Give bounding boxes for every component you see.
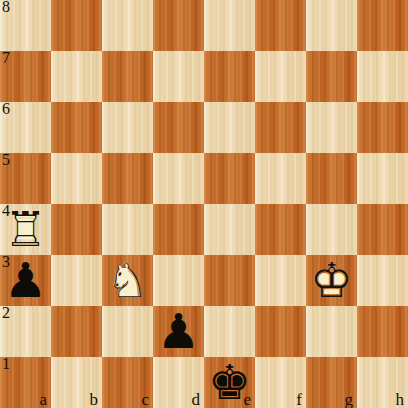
file-label-h: h (396, 391, 405, 408)
square-b5[interactable] (51, 153, 102, 204)
chess-board: 87654♜♖3♟♞♘♚♔2♟1abcde♚fgh (0, 0, 408, 408)
square-c5[interactable] (102, 153, 153, 204)
square-g8[interactable] (306, 0, 357, 51)
square-b1[interactable]: b (51, 357, 102, 408)
square-a1[interactable]: 1a (0, 357, 51, 408)
square-b4[interactable] (51, 204, 102, 255)
file-label-a: a (39, 391, 47, 408)
square-g3[interactable]: ♚♔ (306, 255, 357, 306)
square-b6[interactable] (51, 102, 102, 153)
square-e3[interactable] (204, 255, 255, 306)
square-c8[interactable] (102, 0, 153, 51)
square-f3[interactable] (255, 255, 306, 306)
square-c1[interactable]: c (102, 357, 153, 408)
square-g6[interactable] (306, 102, 357, 153)
rank-label-8: 8 (2, 0, 10, 16)
square-h8[interactable] (357, 0, 408, 51)
square-a5[interactable]: 5 (0, 153, 51, 204)
chess-board-wrap: 87654♜♖3♟♞♘♚♔2♟1abcde♚fgh (0, 0, 408, 408)
square-f8[interactable] (255, 0, 306, 51)
square-d1[interactable]: d (153, 357, 204, 408)
square-a2[interactable]: 2 (0, 306, 51, 357)
file-label-d: d (192, 391, 201, 408)
square-b7[interactable] (51, 51, 102, 102)
square-g2[interactable] (306, 306, 357, 357)
black-king[interactable]: ♚ (204, 357, 255, 408)
square-e8[interactable] (204, 0, 255, 51)
square-e7[interactable] (204, 51, 255, 102)
square-f2[interactable] (255, 306, 306, 357)
square-d3[interactable] (153, 255, 204, 306)
square-e6[interactable] (204, 102, 255, 153)
rank-label-2: 2 (2, 306, 10, 322)
square-d6[interactable] (153, 102, 204, 153)
square-a6[interactable]: 6 (0, 102, 51, 153)
square-d8[interactable] (153, 0, 204, 51)
square-g1[interactable]: g (306, 357, 357, 408)
square-e5[interactable] (204, 153, 255, 204)
square-e2[interactable] (204, 306, 255, 357)
square-g5[interactable] (306, 153, 357, 204)
square-b8[interactable] (51, 0, 102, 51)
rank-label-6: 6 (2, 102, 10, 118)
white-rook-outline: ♖ (0, 204, 51, 255)
square-c4[interactable] (102, 204, 153, 255)
square-a8[interactable]: 8 (0, 0, 51, 51)
white-knight-outline: ♘ (102, 255, 153, 306)
square-f7[interactable] (255, 51, 306, 102)
square-c3[interactable]: ♞♘ (102, 255, 153, 306)
rank-label-5: 5 (2, 153, 10, 169)
black-pawn[interactable]: ♟ (153, 306, 204, 357)
square-c7[interactable] (102, 51, 153, 102)
square-f6[interactable] (255, 102, 306, 153)
square-h5[interactable] (357, 153, 408, 204)
square-f5[interactable] (255, 153, 306, 204)
square-d7[interactable] (153, 51, 204, 102)
white-rook[interactable]: ♜♖ (0, 204, 51, 255)
file-label-c: c (141, 391, 149, 408)
rank-label-1: 1 (2, 357, 10, 373)
file-label-g: g (345, 391, 354, 408)
square-d4[interactable] (153, 204, 204, 255)
square-b2[interactable] (51, 306, 102, 357)
square-d2[interactable]: ♟ (153, 306, 204, 357)
square-c6[interactable] (102, 102, 153, 153)
black-pawn[interactable]: ♟ (0, 255, 51, 306)
square-c2[interactable] (102, 306, 153, 357)
file-label-b: b (90, 391, 99, 408)
square-h7[interactable] (357, 51, 408, 102)
square-e4[interactable] (204, 204, 255, 255)
square-f1[interactable]: f (255, 357, 306, 408)
square-a7[interactable]: 7 (0, 51, 51, 102)
rank-label-7: 7 (2, 51, 10, 67)
white-king[interactable]: ♚♔ (306, 255, 357, 306)
square-d5[interactable] (153, 153, 204, 204)
white-knight[interactable]: ♞♘ (102, 255, 153, 306)
square-h1[interactable]: h (357, 357, 408, 408)
square-b3[interactable] (51, 255, 102, 306)
square-h6[interactable] (357, 102, 408, 153)
square-e1[interactable]: e♚ (204, 357, 255, 408)
square-h3[interactable] (357, 255, 408, 306)
square-h4[interactable] (357, 204, 408, 255)
square-g4[interactable] (306, 204, 357, 255)
square-h2[interactable] (357, 306, 408, 357)
square-f4[interactable] (255, 204, 306, 255)
square-a3[interactable]: 3♟ (0, 255, 51, 306)
square-a4[interactable]: 4♜♖ (0, 204, 51, 255)
square-g7[interactable] (306, 51, 357, 102)
file-label-f: f (296, 391, 302, 408)
white-king-outline: ♔ (306, 255, 357, 306)
